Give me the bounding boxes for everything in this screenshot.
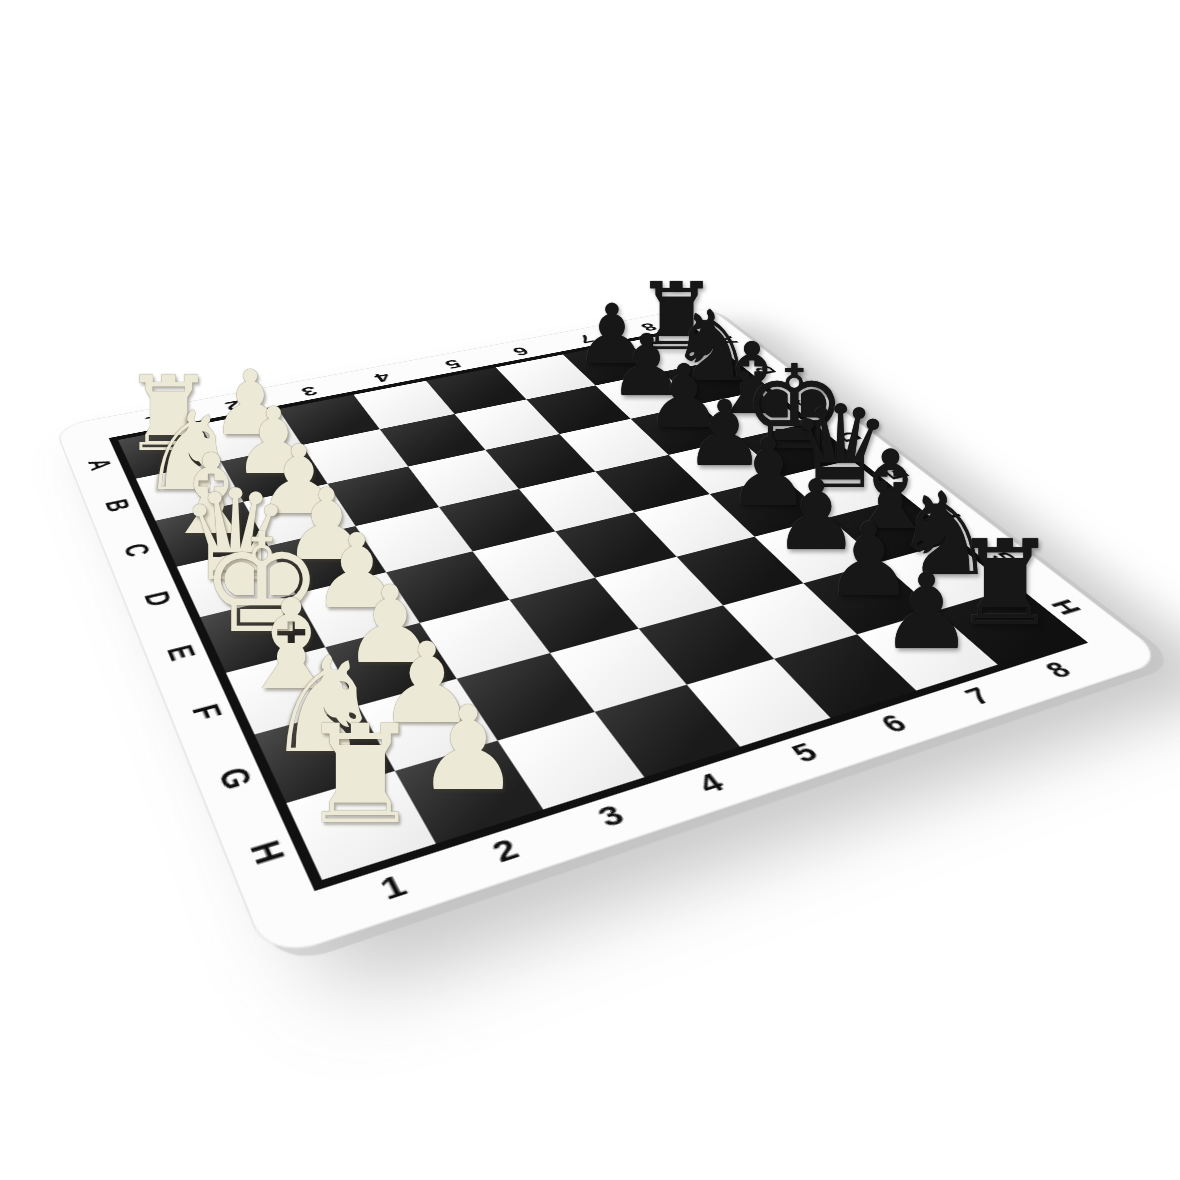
black-pawn-h7[interactable]: ♟ — [880, 560, 974, 665]
chess-photo-scene: AABBCCDDEEFFGGHH1122334455667788 ♜♞♝♚♛♝♞… — [0, 0, 1180, 1180]
pieces-layer: ♜♞♝♚♛♝♞♜♟♟♟♟♟♟♟♟♟♟♟♟♟♟♟♟♜♞♝♛♚♝♞♜ — [0, 0, 1180, 1180]
white-rook-h1[interactable]: ♜ — [299, 707, 421, 843]
white-pawn-h2[interactable]: ♟ — [416, 691, 520, 807]
